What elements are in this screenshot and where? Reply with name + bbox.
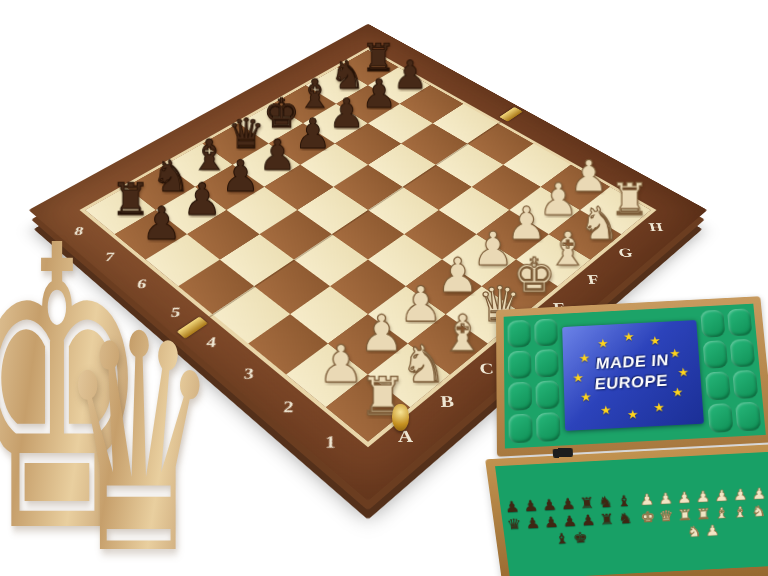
felt-recess (508, 320, 531, 348)
square-c6 (227, 187, 298, 234)
stored-piece-light: ♞ (751, 503, 766, 520)
rank-label-1: 1 (311, 417, 349, 468)
box-base: ♟♟♟♟♜♞♝♛♟♟♟♟♜♞♝♚ ♟♟♟♟♟♟♟♚♛♜♜♝♝♞♞♟ (485, 444, 768, 576)
eu-star-icon: ★ (623, 330, 635, 342)
stored-piece-dark: ♜ (579, 494, 595, 511)
stored-piece-dark: ♟ (580, 512, 596, 529)
stored-piece-dark: ♟ (522, 497, 539, 514)
stored-piece-light: ♟ (733, 486, 748, 503)
stored-piece-dark: ♟ (503, 498, 520, 515)
brass-hinge-icon (499, 107, 523, 122)
stored-piece-dark: ♟ (561, 513, 577, 530)
box-lid-felt: ★★★★★★★★★★★★ MADE IN EUROPE (504, 304, 766, 449)
display-queen-piece: ♛ (58, 296, 219, 576)
stored-piece-light: ♟ (677, 489, 692, 506)
eu-star-icon: ★ (653, 401, 665, 414)
felt-recess (508, 382, 532, 411)
stored-piece-dark: ♟ (524, 515, 541, 532)
stored-piece-light: ♝ (733, 504, 748, 521)
felt-recess (509, 414, 533, 444)
felt-recess (730, 339, 756, 368)
felt-recess (535, 349, 559, 378)
stored-piece-light: ♝ (714, 505, 729, 522)
felt-recess (703, 340, 728, 369)
stored-piece-dark: ♞ (617, 510, 633, 527)
stored-piece-dark: ♝ (554, 530, 570, 547)
storage-box: ★★★★★★★★★★★★ MADE IN EUROPE ♟♟♟♟♜♞♝♛♟♟♟♟… (477, 285, 768, 576)
stored-piece-dark: ♞ (597, 493, 613, 510)
square-h2: ♟ (541, 165, 610, 210)
stored-piece-light: ♞ (687, 524, 702, 541)
file-label-b: B (417, 393, 480, 421)
brass-clasp-icon (392, 404, 409, 431)
box-lid: ★★★★★★★★★★★★ MADE IN EUROPE (496, 296, 768, 457)
eu-flag-panel: ★★★★★★★★★★★★ MADE IN EUROPE (562, 320, 704, 431)
eu-stars-icon: ★★★★★★★★★★★★ (562, 320, 696, 327)
stored-piece-dark: ♛ (506, 516, 523, 533)
eu-star-icon: ★ (597, 337, 609, 349)
square-d6 (264, 165, 333, 210)
stored-piece-light: ♟ (705, 523, 720, 540)
stored-piece-light: ♟ (639, 491, 655, 508)
stored-piece-light: ♜ (677, 507, 692, 524)
file-label-a: A (374, 427, 437, 457)
eu-star-icon: ★ (600, 404, 612, 417)
felt-recess (534, 318, 558, 346)
felt-recess (535, 380, 559, 409)
stored-piece-dark: ♟ (560, 495, 576, 512)
felt-recess (735, 402, 761, 432)
stored-piece-dark: ♚ (572, 530, 588, 547)
stored-piece-light: ♟ (714, 487, 729, 504)
stored-piece-light: ♟ (751, 485, 766, 502)
box-base-felt: ♟♟♟♟♜♞♝♛♟♟♟♟♜♞♝♚ ♟♟♟♟♟♟♟♚♛♜♜♝♝♞♞♟ (495, 452, 768, 576)
product-photo: ♜♞♝♛♚♝♞♜♟♟♟♟♟♟♟♟♟♟♟♟♟♟♟♟♜♞♝♛♚♝♞♜ ABCDEFG… (0, 0, 768, 576)
felt-recess (732, 370, 758, 399)
stored-piece-light: ♟ (658, 490, 673, 507)
eu-star-icon: ★ (627, 408, 639, 421)
made-in-europe-label: MADE IN EUROPE (562, 349, 701, 397)
black-hinge-icon (553, 448, 573, 458)
stored-piece-light: ♟ (695, 488, 710, 505)
stored-piece-light: ♛ (658, 508, 673, 525)
felt-recess (536, 412, 560, 442)
stored-piece-dark: ♟ (541, 496, 558, 513)
felt-piece-recesses (508, 318, 561, 443)
felt-recess (707, 403, 733, 433)
stored-dark-pieces: ♟♟♟♟♜♞♝♛♟♟♟♟♜♞♝♚ (495, 459, 639, 576)
stored-piece-light: ♜ (696, 506, 711, 523)
felt-recess (705, 371, 731, 400)
felt-recess (508, 350, 532, 379)
rank-label-3: 3 (229, 351, 268, 397)
felt-recess (700, 310, 725, 338)
felt-piece-recesses (700, 308, 761, 433)
stored-piece-dark: ♟ (543, 514, 559, 531)
stored-light-pieces: ♟♟♟♟♟♟♟♚♛♜♜♝♝♞♞♟ (633, 452, 768, 573)
stored-piece-dark: ♜ (599, 511, 615, 528)
file-label-g: G (597, 246, 656, 268)
eu-star-icon: ★ (649, 334, 661, 346)
white-rook-h1: ♜ (605, 176, 655, 224)
felt-recess (727, 308, 752, 336)
stored-piece-dark: ♝ (616, 493, 632, 510)
stored-piece-light: ♚ (640, 509, 655, 526)
